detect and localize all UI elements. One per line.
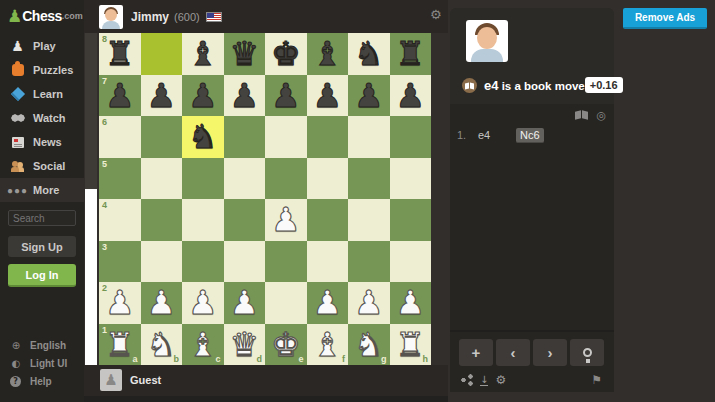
sidebar-item-learn[interactable]: Learn <box>0 82 84 106</box>
white-pawn-c2[interactable]: ♟ <box>188 286 218 319</box>
black-bishop-c8[interactable]: ♝ <box>188 37 218 70</box>
black-pawn-d7[interactable]: ♟ <box>229 79 259 112</box>
file-label-e: e <box>298 354 303 364</box>
rank-label-7: 7 <box>102 76 107 86</box>
sidebar-item-more[interactable]: ●●● More <box>0 178 84 202</box>
top-player-row: Jimmy (600) <box>99 5 222 29</box>
square-a5[interactable]: 5 <box>99 158 141 200</box>
evaluation-bar-white <box>85 189 97 365</box>
bottom-player-row: ♟ Guest <box>100 369 161 391</box>
square-b7[interactable]: ♟ <box>141 75 183 117</box>
square-f8[interactable]: ♝ <box>307 33 349 75</box>
white-pawn-b2[interactable]: ♟ <box>146 286 176 319</box>
square-g3[interactable] <box>348 241 390 283</box>
question-mark-icon: ? <box>10 376 22 387</box>
white-knight-b1[interactable]: ♞ <box>146 328 176 361</box>
people-icon <box>10 159 25 174</box>
black-knight-c6[interactable]: ♞ <box>188 120 218 153</box>
black-pawn-g7[interactable]: ♟ <box>354 79 384 112</box>
square-a3[interactable]: 3 <box>99 241 141 283</box>
black-pawn-b7[interactable]: ♟ <box>146 79 176 112</box>
back-button[interactable]: ‹ <box>496 339 530 366</box>
sidebar-menu: ♟ Play Puzzles Learn Watch News Social ●… <box>0 34 84 202</box>
sidebar-item-play[interactable]: ♟ Play <box>0 34 84 58</box>
square-a4[interactable]: 4 <box>99 199 141 241</box>
sidebar-footer: ⊕ English ◐ Light UI ? Help <box>0 336 84 390</box>
evaluation-score-badge: +0.16 <box>585 77 623 93</box>
move-white[interactable]: e4 <box>478 129 508 141</box>
black-rook-h8[interactable]: ♜ <box>395 37 425 70</box>
sidebar-item-watch[interactable]: Watch <box>0 106 84 130</box>
white-rook-h1[interactable]: ♜ <box>395 328 425 361</box>
log-in-button[interactable]: Log In <box>8 264 76 287</box>
sidebar-item-news[interactable]: News <box>0 130 84 154</box>
square-a8[interactable]: 8♜ <box>99 33 141 75</box>
square-d2[interactable]: ♟ <box>224 282 266 324</box>
language-selector[interactable]: ⊕ English <box>0 336 84 354</box>
sidebar-item-label: Learn <box>33 88 63 100</box>
sidebar-item-label: More <box>33 184 59 196</box>
white-rook-a1[interactable]: ♜ <box>105 328 135 361</box>
square-g5[interactable] <box>348 158 390 200</box>
square-g6[interactable] <box>348 116 390 158</box>
square-f2[interactable]: ♟ <box>307 282 349 324</box>
white-pawn-f2[interactable]: ♟ <box>312 286 342 319</box>
help-link[interactable]: ? Help <box>0 372 84 390</box>
white-king-e1[interactable]: ♚ <box>271 328 301 361</box>
rank-label-3: 3 <box>102 242 107 252</box>
square-b3[interactable] <box>141 241 183 283</box>
square-a7[interactable]: 7♟ <box>99 75 141 117</box>
sidebar-item-label: News <box>33 136 62 148</box>
square-e4[interactable]: ♟ <box>265 199 307 241</box>
sidebar-item-puzzles[interactable]: Puzzles <box>0 58 84 82</box>
black-pawn-h7[interactable]: ♟ <box>395 79 425 112</box>
puzzle-piece-icon <box>10 63 25 78</box>
square-b1[interactable]: b♞ <box>141 324 183 366</box>
file-label-b: b <box>174 354 180 364</box>
square-b5[interactable] <box>141 158 183 200</box>
lightbulb-icon <box>583 348 592 357</box>
square-f3[interactable] <box>307 241 349 283</box>
square-f7[interactable]: ♟ <box>307 75 349 117</box>
rank-label-5: 5 <box>102 159 107 169</box>
black-rook-a8[interactable]: ♜ <box>105 37 135 70</box>
square-d7[interactable]: ♟ <box>224 75 266 117</box>
square-a1[interactable]: 1a♜ <box>99 324 141 366</box>
control-buttons: + ‹ › <box>450 332 614 366</box>
rank-label-4: 4 <box>102 200 107 210</box>
square-f4[interactable] <box>307 199 349 241</box>
square-c7[interactable]: ♟ <box>182 75 224 117</box>
square-d4[interactable] <box>224 199 266 241</box>
square-h2[interactable]: ♟ <box>390 282 432 324</box>
white-knight-g1[interactable]: ♞ <box>354 328 384 361</box>
globe-icon: ⊕ <box>10 340 22 351</box>
square-d1[interactable]: d♛ <box>224 324 266 366</box>
move-number: 1. <box>457 129 471 141</box>
rank-label-8: 8 <box>102 34 107 44</box>
move-list-toolbar: ◎ <box>575 110 606 121</box>
square-e2[interactable] <box>265 282 307 324</box>
black-queen-d8[interactable]: ♛ <box>229 37 259 70</box>
move-row: 1. e4 Nc6 <box>450 126 614 144</box>
rank-label-1: 1 <box>102 325 107 335</box>
contrast-icon: ◐ <box>10 358 22 369</box>
square-b4[interactable] <box>141 199 183 241</box>
book-move-message: e4 is a book move <box>484 78 585 93</box>
rank-label-2: 2 <box>102 283 107 293</box>
square-h3[interactable] <box>390 241 432 283</box>
square-e1[interactable]: e♚ <box>265 324 307 366</box>
white-bishop-f1[interactable]: ♝ <box>312 328 342 361</box>
white-pawn-d2[interactable]: ♟ <box>229 286 259 319</box>
square-c5[interactable] <box>182 158 224 200</box>
file-label-h: h <box>423 354 429 364</box>
black-knight-g8[interactable]: ♞ <box>354 37 384 70</box>
sidebar-item-label: Social <box>33 160 65 172</box>
rank-label-6: 6 <box>102 117 107 127</box>
square-d3[interactable] <box>224 241 266 283</box>
white-pawn-g2[interactable]: ♟ <box>354 286 384 319</box>
evaluation-bar <box>85 33 97 365</box>
logo-tld: .com <box>62 11 83 21</box>
white-queen-d1[interactable]: ♛ <box>229 328 259 361</box>
theme-label: Light UI <box>30 358 67 369</box>
square-b2[interactable]: ♟ <box>141 282 183 324</box>
square-h7[interactable]: ♟ <box>390 75 432 117</box>
us-flag-icon <box>206 12 222 22</box>
sidebar-item-label: Watch <box>33 112 66 124</box>
file-label-a: a <box>132 354 137 364</box>
square-g4[interactable] <box>348 199 390 241</box>
focus-icon[interactable]: ◎ <box>596 110 606 121</box>
black-bishop-f8[interactable]: ♝ <box>312 37 342 70</box>
file-label-g: g <box>381 354 387 364</box>
resign-flag-icon[interactable]: ⚑ <box>591 373 602 387</box>
white-pawn-a2[interactable]: ♟ <box>105 286 135 319</box>
bottom-player-name[interactable]: Guest <box>130 374 161 386</box>
square-d8[interactable]: ♛ <box>224 33 266 75</box>
play-pawn-icon: ♟ <box>10 39 25 54</box>
top-player-name[interactable]: Jimmy <box>131 10 169 24</box>
top-player-avatar[interactable] <box>99 5 123 29</box>
square-g8[interactable]: ♞ <box>348 33 390 75</box>
graduation-cap-icon <box>10 87 25 102</box>
square-d6[interactable] <box>224 116 266 158</box>
search-input[interactable] <box>8 210 76 226</box>
opening-explorer-icon[interactable] <box>575 111 588 120</box>
square-e6[interactable] <box>265 116 307 158</box>
top-player-rating: (600) <box>174 11 200 23</box>
square-b6[interactable] <box>141 116 183 158</box>
remove-ads-button[interactable]: Remove Ads <box>623 8 707 29</box>
book-move-row: e4 is a book move +0.16 <box>462 77 606 93</box>
language-label: English <box>30 340 66 351</box>
file-label-f: f <box>342 354 345 364</box>
file-label-c: c <box>215 354 220 364</box>
book-move-text: is a book move <box>498 80 584 92</box>
share-icon[interactable] <box>461 374 473 386</box>
square-h8[interactable]: ♜ <box>390 33 432 75</box>
square-e3[interactable] <box>265 241 307 283</box>
square-a2[interactable]: 2♟ <box>99 282 141 324</box>
hint-button[interactable] <box>570 339 604 366</box>
file-label-d: d <box>257 354 263 364</box>
secondary-controls: ↓ ⚙ ⚑ <box>461 373 602 387</box>
square-h6[interactable] <box>390 116 432 158</box>
game-controls: + ‹ › ↓ ⚙ ⚑ <box>450 330 614 392</box>
chess-board: 8♜♝♛♚♝♞♜7♟♟♟♟♟♟♟♟6♞54♟32♟♟♟♟♟♟♟1a♜b♞c♝d♛… <box>99 33 431 365</box>
black-pawn-e7[interactable]: ♟ <box>271 79 301 112</box>
square-f6[interactable] <box>307 116 349 158</box>
move-list-area: ◎ 1. e4 Nc6 <box>450 104 614 330</box>
square-f5[interactable] <box>307 158 349 200</box>
square-b8[interactable] <box>141 33 183 75</box>
chesscom-logo[interactable]: ♟Chess.com <box>0 0 84 26</box>
square-g7[interactable]: ♟ <box>348 75 390 117</box>
white-pawn-e4[interactable]: ♟ <box>271 203 301 236</box>
help-label: Help <box>30 376 52 387</box>
logo-text: Chess <box>22 8 62 24</box>
square-h4[interactable] <box>390 199 432 241</box>
black-king-e8[interactable]: ♚ <box>271 37 301 70</box>
new-game-button[interactable]: + <box>459 339 493 366</box>
square-g1[interactable]: g♞ <box>348 324 390 366</box>
logo-pawn-icon: ♟ <box>7 8 22 25</box>
white-pawn-h2[interactable]: ♟ <box>395 286 425 319</box>
square-h5[interactable] <box>390 158 432 200</box>
binoculars-icon <box>10 111 25 126</box>
bottom-strip <box>84 396 448 402</box>
square-f1[interactable]: f♝ <box>307 324 349 366</box>
settings-gear-icon[interactable]: ⚙ <box>495 373 506 387</box>
square-d5[interactable] <box>224 158 266 200</box>
download-icon[interactable]: ↓ <box>480 375 488 386</box>
move-black-selected[interactable]: Nc6 <box>516 128 544 143</box>
square-c2[interactable]: ♟ <box>182 282 224 324</box>
black-pawn-f7[interactable]: ♟ <box>312 79 342 112</box>
black-pawn-a7[interactable]: ♟ <box>105 79 135 112</box>
sidebar-item-social[interactable]: Social <box>0 154 84 178</box>
square-a6[interactable]: 6 <box>99 116 141 158</box>
square-e5[interactable] <box>265 158 307 200</box>
square-c8[interactable]: ♝ <box>182 33 224 75</box>
book-move-notation: e4 <box>484 78 498 93</box>
analysis-panel: e4 is a book move +0.16 ◎ 1. e4 Nc6 + ‹ … <box>450 8 614 392</box>
forward-button[interactable]: › <box>533 339 567 366</box>
sign-up-button[interactable]: Sign Up <box>8 236 76 257</box>
sidebar-item-label: Play <box>33 40 56 52</box>
square-c3[interactable] <box>182 241 224 283</box>
analysis-header-card: e4 is a book move +0.16 <box>450 8 614 104</box>
sidebar-item-label: Puzzles <box>33 64 73 76</box>
square-e8[interactable]: ♚ <box>265 33 307 75</box>
square-e7[interactable]: ♟ <box>265 75 307 117</box>
square-c1[interactable]: c♝ <box>182 324 224 366</box>
square-h1[interactable]: h♜ <box>390 324 432 366</box>
square-c6[interactable]: ♞ <box>182 116 224 158</box>
coach-avatar[interactable] <box>466 20 508 62</box>
square-g2[interactable]: ♟ <box>348 282 390 324</box>
square-c4[interactable] <box>182 199 224 241</box>
black-pawn-c7[interactable]: ♟ <box>188 79 218 112</box>
theme-toggle[interactable]: ◐ Light UI <box>0 354 84 372</box>
opening-book-icon <box>462 78 477 93</box>
bottom-player-avatar[interactable]: ♟ <box>100 369 122 391</box>
newspaper-icon <box>10 135 25 150</box>
ellipsis-icon: ●●● <box>10 183 25 198</box>
white-bishop-c1[interactable]: ♝ <box>188 328 218 361</box>
sidebar: ♟Chess.com ♟ Play Puzzles Learn Watch Ne… <box>0 0 84 402</box>
board-settings-gear-icon[interactable]: ⚙ <box>430 7 442 22</box>
